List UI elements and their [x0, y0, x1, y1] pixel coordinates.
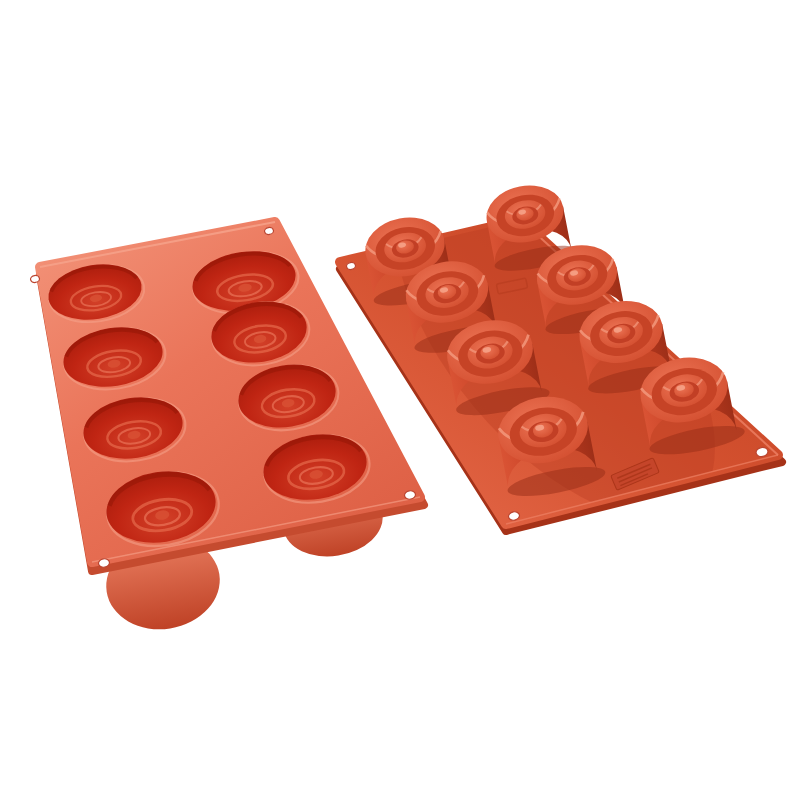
- scene-canvas: [0, 0, 800, 800]
- product-photo: [0, 0, 800, 800]
